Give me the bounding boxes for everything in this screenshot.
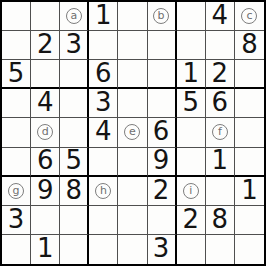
cell-r8c4[interactable] (89, 206, 118, 235)
cell-r8c5[interactable] (118, 206, 147, 235)
cell-r4c7[interactable]: 5 (177, 89, 206, 118)
given-digit: 6 (37, 148, 54, 174)
given-digit: 5 (8, 60, 25, 86)
cell-r5c5[interactable]: e (118, 118, 147, 147)
cell-r3c4[interactable]: 6 (89, 60, 118, 89)
cell-r5c8[interactable]: f (206, 118, 235, 147)
cell-r8c1[interactable]: 3 (2, 206, 31, 235)
given-digit: 3 (8, 206, 25, 232)
given-digit: 1 (241, 177, 258, 203)
given-digit: 3 (95, 89, 112, 115)
cell-r2c6[interactable] (148, 31, 177, 60)
cell-r2c4[interactable] (89, 31, 118, 60)
cell-r2c2[interactable]: 2 (31, 31, 60, 60)
cell-r5c7[interactable] (177, 118, 206, 147)
given-digit: 4 (95, 118, 112, 144)
given-digit: 9 (37, 177, 54, 203)
circle-label-g: g (8, 183, 24, 199)
cell-r8c9[interactable] (235, 206, 264, 235)
circle-label-c: c (241, 8, 257, 24)
cell-r2c1[interactable] (2, 31, 31, 60)
cell-r7c6[interactable]: 2 (148, 177, 177, 206)
given-digit: 8 (241, 31, 258, 57)
cell-r7c9[interactable]: 1 (235, 177, 264, 206)
given-digit: 4 (37, 89, 54, 115)
cell-r6c7[interactable] (177, 148, 206, 177)
cell-r9c4[interactable] (89, 235, 118, 264)
cell-r7c1[interactable]: g (2, 177, 31, 206)
cell-r4c2[interactable]: 4 (31, 89, 60, 118)
given-digit: 1 (212, 148, 229, 174)
cell-r9c8[interactable] (206, 235, 235, 264)
cell-r2c8[interactable] (206, 31, 235, 60)
given-digit: 2 (182, 206, 199, 232)
cell-r8c8[interactable]: 8 (206, 206, 235, 235)
given-digit: 2 (37, 31, 54, 57)
cell-r5c3[interactable] (60, 118, 89, 147)
given-digit: 4 (212, 2, 229, 28)
given-digit: 6 (212, 89, 229, 115)
cell-r6c3[interactable]: 5 (60, 148, 89, 177)
cell-r5c2[interactable]: d (31, 118, 60, 147)
circle-label-i: i (183, 183, 199, 199)
circle-label-a: a (66, 8, 82, 24)
cell-r9c6[interactable]: 3 (148, 235, 177, 264)
cell-r8c3[interactable] (60, 206, 89, 235)
cell-r3c2[interactable] (31, 60, 60, 89)
given-digit: 1 (182, 60, 199, 86)
cell-r6c8[interactable]: 1 (206, 148, 235, 177)
cell-r9c7[interactable] (177, 235, 206, 264)
cell-r9c5[interactable] (118, 235, 147, 264)
cell-r1c7[interactable] (177, 2, 206, 31)
cell-r7c4[interactable]: h (89, 177, 118, 206)
cell-r3c9[interactable] (235, 60, 264, 89)
cell-r1c6[interactable]: b (148, 2, 177, 31)
cell-r2c5[interactable] (118, 31, 147, 60)
cell-r7c3[interactable]: 8 (60, 177, 89, 206)
cell-r1c3[interactable]: a (60, 2, 89, 31)
circle-label-e: e (124, 124, 140, 140)
cell-r3c8[interactable]: 2 (206, 60, 235, 89)
given-digit: 2 (153, 177, 170, 203)
given-digit: 5 (182, 89, 199, 115)
circle-label-h: h (95, 183, 111, 199)
cell-r2c7[interactable] (177, 31, 206, 60)
cell-r3c3[interactable] (60, 60, 89, 89)
cell-r2c9[interactable]: 8 (235, 31, 264, 60)
cell-r4c6[interactable] (148, 89, 177, 118)
given-digit: 5 (66, 148, 83, 174)
cell-r6c9[interactable] (235, 148, 264, 177)
cell-r4c1[interactable] (2, 89, 31, 118)
cell-r8c2[interactable] (31, 206, 60, 235)
cell-r1c2[interactable] (31, 2, 60, 31)
cell-r9c9[interactable] (235, 235, 264, 264)
given-digit: 2 (212, 60, 229, 86)
cell-r6c4[interactable] (89, 148, 118, 177)
circle-label-b: b (153, 8, 169, 24)
given-digit: 3 (153, 235, 170, 261)
cell-r7c7[interactable]: i (177, 177, 206, 206)
cell-r3c5[interactable] (118, 60, 147, 89)
cell-r7c2[interactable]: 9 (31, 177, 60, 206)
cell-r6c2[interactable]: 6 (31, 148, 60, 177)
cell-r8c6[interactable] (148, 206, 177, 235)
given-digit: 9 (153, 148, 170, 174)
cell-r4c3[interactable] (60, 89, 89, 118)
cell-r5c6[interactable]: 6 (148, 118, 177, 147)
given-digit: 1 (95, 2, 112, 28)
cell-r1c9[interactable]: c (235, 2, 264, 31)
circle-label-d: d (37, 124, 53, 140)
sudoku-board: a1b4c23856124356d4e6f6591g98h2i132813 (0, 0, 266, 266)
cell-r6c5[interactable] (118, 148, 147, 177)
cell-r4c9[interactable] (235, 89, 264, 118)
cell-r5c1[interactable] (2, 118, 31, 147)
cell-r7c8[interactable] (206, 177, 235, 206)
cell-r5c9[interactable] (235, 118, 264, 147)
cell-r1c5[interactable] (118, 2, 147, 31)
cell-r1c8[interactable]: 4 (206, 2, 235, 31)
cell-r1c4[interactable]: 1 (89, 2, 118, 31)
cell-r6c1[interactable] (2, 148, 31, 177)
given-digit: 1 (37, 235, 54, 261)
cell-r3c7[interactable]: 1 (177, 60, 206, 89)
cell-r9c2[interactable]: 1 (31, 235, 60, 264)
cell-r9c3[interactable] (60, 235, 89, 264)
cell-r3c1[interactable]: 5 (2, 60, 31, 89)
cell-r4c8[interactable]: 6 (206, 89, 235, 118)
given-digit: 3 (66, 31, 83, 57)
cell-r3c6[interactable] (148, 60, 177, 89)
cell-r2c3[interactable]: 3 (60, 31, 89, 60)
cell-r6c6[interactable]: 9 (148, 148, 177, 177)
cell-r1c1[interactable] (2, 2, 31, 31)
given-digit: 6 (95, 60, 112, 86)
cell-r8c7[interactable]: 2 (177, 206, 206, 235)
given-digit: 8 (66, 177, 83, 203)
given-digit: 6 (153, 118, 170, 144)
given-digit: 8 (212, 206, 229, 232)
circle-label-f: f (212, 124, 228, 140)
cell-r9c1[interactable] (2, 235, 31, 264)
cell-r5c4[interactable]: 4 (89, 118, 118, 147)
cell-r7c5[interactable] (118, 177, 147, 206)
cell-r4c5[interactable] (118, 89, 147, 118)
cell-r4c4[interactable]: 3 (89, 89, 118, 118)
